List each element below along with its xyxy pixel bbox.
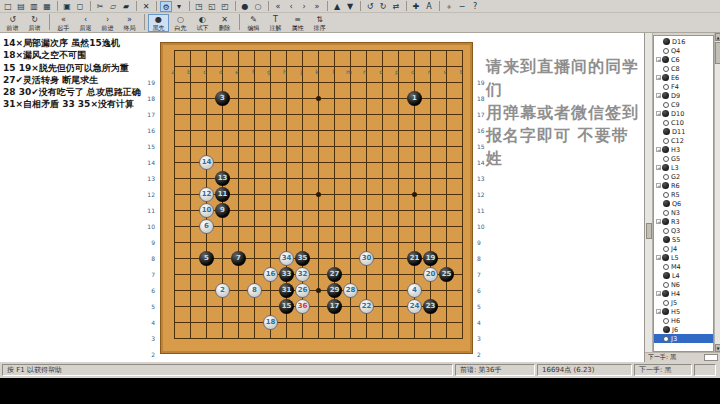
white-stone-F4[interactable]: 8: [247, 283, 262, 298]
coord-number: 10: [477, 223, 489, 230]
tree-scrollbar[interactable]: ▲ ▼: [714, 33, 720, 352]
black-stone-S5[interactable]: 25: [439, 267, 454, 282]
tree-node-move-36[interactable]: J3: [654, 334, 713, 343]
first-button[interactable]: «起手: [53, 14, 74, 32]
print-icon[interactable]: ▣: [61, 1, 73, 12]
white-stone-N3[interactable]: 22: [359, 299, 374, 314]
tree-node-coord: R6: [671, 182, 680, 190]
black-stone-icon: [663, 326, 670, 333]
comment-line: 27✔灵活转身 断尾求生: [3, 74, 155, 86]
tree-node-move-33[interactable]: +H5: [654, 307, 713, 316]
last-move-icon[interactable]: »: [311, 1, 323, 12]
black-stone-L3[interactable]: 17: [327, 299, 342, 314]
toolbar-separator: [57, 1, 58, 11]
coord-letter: m: [343, 68, 355, 75]
tree-node-coord: C10: [671, 119, 684, 127]
star-point: [316, 288, 321, 293]
tree-node-move-9[interactable]: +D9: [654, 91, 713, 100]
status-segment-3: 下一手: 黑: [634, 364, 692, 376]
white-first-button[interactable]: ○白先: [170, 14, 191, 32]
expand-icon[interactable]: +: [656, 291, 661, 296]
forward-button[interactable]: ›前进: [97, 14, 118, 32]
coord-letter: j: [295, 68, 307, 75]
toolbar-separator: [49, 14, 50, 30]
coord-letter: b: [183, 68, 195, 75]
tree-node-coord: C6: [671, 56, 680, 64]
toolbar-separator: [360, 1, 361, 11]
tree-node-move-29[interactable]: L4: [654, 271, 713, 280]
coord-letter: f: [247, 68, 259, 75]
tree-node-coord: D10: [671, 110, 684, 118]
coord-number: 9: [477, 239, 489, 246]
tree-node-coord: Q6: [672, 200, 681, 208]
forward-button-icon: ›: [106, 16, 109, 24]
black-stone-R3[interactable]: 23: [423, 299, 438, 314]
edit-button-label: 编辑: [248, 24, 260, 31]
black-stone-icon: [662, 182, 669, 189]
mark-icon[interactable]: ✚: [410, 1, 422, 12]
tree-node-move-28[interactable]: M4: [654, 262, 713, 271]
black-stone-icon: [662, 74, 669, 81]
tree-panel-footer: 下一手: 黑: [645, 352, 720, 362]
white-stone-icon: [663, 102, 669, 108]
review-comments: 14×局部漏次序 虽然15逸机18×漏风之空不可围15 19×脱先但仍可以急所为…: [3, 37, 155, 111]
try-move-button-label: 试下: [197, 24, 209, 31]
black-first-button-label: 黑先: [153, 24, 165, 31]
white-stone-J4[interactable]: 26: [295, 283, 310, 298]
tree-node-move-7[interactable]: +E6: [654, 73, 713, 82]
coord-number: 4: [477, 319, 489, 326]
expand-icon[interactable]: +: [656, 219, 661, 224]
toolbar-separator: [268, 1, 269, 11]
delete-button-icon: ✕: [221, 16, 228, 24]
black-stone-icon: [662, 218, 669, 225]
comment-line: 18×漏风之空不可围: [3, 49, 155, 61]
black-stone-H4[interactable]: 31: [279, 283, 294, 298]
tree-node-move-17[interactable]: +L3: [654, 163, 713, 172]
go-review-application: □▤▥▦▣◻✂▱▰✕⚙▾◳◱◰●○«‹›»▲▼↺↻⇄✚A＋−? ↺前谱↻后谱«起…: [0, 0, 720, 404]
tree-node-move-32[interactable]: J5: [654, 298, 713, 307]
black-first-button-icon: ●: [155, 16, 162, 24]
white-stone-icon[interactable]: ○: [252, 1, 264, 12]
white-stone-D4[interactable]: 2: [215, 283, 230, 298]
cut-icon[interactable]: ✂: [94, 1, 106, 12]
black-stone-D10[interactable]: 11: [215, 187, 230, 202]
tree-node-coord: R3: [671, 218, 680, 226]
white-stone-R5[interactable]: 20: [423, 267, 438, 282]
rotate-right-icon[interactable]: ↻: [377, 1, 389, 12]
comment-line: 28 30✔没有吃亏了 总攻思路正确: [3, 86, 155, 98]
delete-button[interactable]: ✕删除: [214, 14, 235, 32]
tree-node-move-6[interactable]: C8: [654, 64, 713, 73]
next-move-icon[interactable]: ›: [298, 1, 310, 12]
tree-node-coord: F4: [671, 83, 679, 91]
white-stone-icon: [663, 192, 669, 198]
white-stone-M4[interactable]: 28: [343, 283, 358, 298]
zoom-in-icon[interactable]: ＋: [443, 1, 455, 12]
first-button-label: 起手: [58, 24, 70, 31]
next-game-button[interactable]: ↻后谱: [24, 14, 45, 32]
white-stone-J3[interactable]: 36: [295, 299, 310, 314]
tree-node-coord: Q3: [671, 227, 680, 235]
copy-icon[interactable]: ▱: [107, 1, 119, 12]
save-all-icon[interactable]: ▦: [41, 1, 53, 12]
forward-button-label: 前进: [102, 24, 114, 31]
coord-number: 13: [143, 175, 155, 182]
edit-button[interactable]: ✎编辑: [243, 14, 264, 32]
coord-number: 5: [143, 303, 155, 310]
coord-number: 15: [143, 143, 155, 150]
white-stone-N6[interactable]: 30: [359, 251, 374, 266]
scrollbar-thumb[interactable]: [646, 223, 652, 239]
black-stone-D11[interactable]: 13: [215, 171, 230, 186]
first-move-icon[interactable]: «: [272, 1, 284, 12]
coord-number: 17: [143, 111, 155, 118]
tree-node-move-23[interactable]: +R3: [654, 217, 713, 226]
tree-node-move-20[interactable]: R5: [654, 190, 713, 199]
coord-number: 11: [143, 207, 155, 214]
tree-node-coord: C12: [671, 137, 684, 145]
white-stone-C10[interactable]: 12: [199, 187, 214, 202]
tree-node-move-13[interactable]: D11: [654, 127, 713, 136]
expand-icon[interactable]: +: [656, 255, 661, 260]
sort-button-label: 排序: [314, 24, 326, 31]
comment-line: 15 19×脱先但仍可以急所为重: [3, 62, 155, 74]
tree-node-move-27[interactable]: +L5: [654, 253, 713, 262]
coord-number: 7: [477, 271, 489, 278]
coord-letter: q: [407, 68, 419, 75]
tree-node-move-12[interactable]: C10: [654, 118, 713, 127]
tree-node-coord: H3: [671, 146, 680, 154]
toolbar-separator: [189, 1, 190, 11]
black-stone-icon: [662, 146, 669, 153]
black-stone-Q6[interactable]: 21: [407, 251, 422, 266]
coord-number: 5: [477, 303, 489, 310]
toolbar-separator: [327, 1, 328, 11]
tree-node-coord: C9: [671, 101, 680, 109]
coord-number: 2: [143, 351, 155, 358]
try-move-button[interactable]: ◐试下: [192, 14, 213, 32]
coord-number: 18: [143, 95, 155, 102]
footer-indicator: [704, 354, 718, 361]
white-stone-icon: [663, 84, 669, 90]
black-stone-icon[interactable]: ●: [239, 1, 251, 12]
properties-button-label: 属性: [292, 24, 304, 31]
settings-icon[interactable]: ⚙: [160, 1, 172, 12]
white-stone-G2[interactable]: 18: [263, 315, 278, 330]
tree-node-move-16[interactable]: G5: [654, 154, 713, 163]
canvas-scrollbar[interactable]: [645, 33, 653, 352]
next-to-play-label: 下一手: 黑: [645, 353, 676, 362]
tree-node-move-4[interactable]: Q4: [654, 46, 713, 55]
black-stone-icon: [662, 92, 669, 99]
move-down-icon[interactable]: ▼: [344, 1, 356, 12]
coord-number: 6: [143, 287, 155, 294]
white-stone-icon: [663, 336, 669, 342]
back-button-label: 后退: [80, 24, 92, 31]
delete-button-label: 删除: [219, 24, 231, 31]
scroll-up-icon[interactable]: ▲: [715, 33, 720, 41]
tree-node-coord: J5: [671, 299, 677, 307]
sort-button[interactable]: ⇅排序: [309, 14, 330, 32]
prev-game-button-label: 前谱: [7, 24, 19, 31]
tree-node-move-3[interactable]: D16: [654, 37, 713, 46]
black-stone-icon: [663, 128, 670, 135]
annotate-button-label: 注解: [270, 24, 282, 31]
coord-number: 7: [143, 271, 155, 278]
black-stone-J6[interactable]: 35: [295, 251, 310, 266]
black-stone-icon: [663, 272, 670, 279]
expand-icon[interactable]: +: [656, 75, 661, 80]
black-stone-L4[interactable]: 29: [327, 283, 342, 298]
coord-number: 12: [143, 191, 155, 198]
toolbar-separator: [90, 1, 91, 11]
expand-icon[interactable]: +: [656, 93, 661, 98]
tree-node-coord: N6: [671, 281, 680, 289]
coord-letter: h: [279, 68, 291, 75]
paste-icon[interactable]: ▰: [120, 1, 132, 12]
white-first-button-icon: ○: [177, 16, 184, 24]
toolbar-separator: [406, 1, 407, 11]
tree-node-move-19[interactable]: +R6: [654, 181, 713, 190]
properties-button-icon: ≡: [294, 16, 301, 24]
tree-node-coord: C8: [671, 65, 680, 73]
try-move-button-icon: ◐: [199, 16, 206, 24]
white-stone-C9[interactable]: 10: [199, 203, 214, 218]
annotate-button-icon: T: [273, 16, 278, 24]
black-stone-icon: [663, 236, 670, 243]
board-grid[interactable]: 1234567891011121314151617181920212223242…: [174, 50, 463, 339]
open-file-icon[interactable]: ▤: [15, 1, 27, 12]
black-stone-Q16[interactable]: 1: [407, 91, 422, 106]
black-stone-D16[interactable]: 3: [215, 91, 230, 106]
annotate-button[interactable]: T注解: [265, 14, 286, 32]
sort-button-icon: ⇅: [316, 16, 323, 24]
toolbar-separator: [439, 1, 440, 11]
expand-icon[interactable]: +: [656, 57, 661, 62]
tree-node-coord: H6: [671, 317, 680, 325]
star-point: [316, 96, 321, 101]
toolbar-separator: [136, 1, 137, 11]
white-stone-icon: [663, 300, 669, 306]
tree-node-move-18[interactable]: G2: [654, 172, 713, 181]
white-stone-Q4[interactable]: 4: [407, 283, 422, 298]
end-button-label: 终局: [124, 24, 136, 31]
tree-node-coord: L4: [672, 272, 680, 280]
white-stone-C12[interactable]: 14: [199, 155, 214, 170]
black-stone-E6[interactable]: 7: [231, 251, 246, 266]
edit-button-icon: ✎: [250, 16, 257, 24]
white-stone-Q3[interactable]: 24: [407, 299, 422, 314]
coord-letter: n: [359, 68, 371, 75]
white-stone-G5[interactable]: 16: [263, 267, 278, 282]
tree-node-move-31[interactable]: +H4: [654, 289, 713, 298]
black-stone-R6[interactable]: 19: [423, 251, 438, 266]
coord-number: 11: [477, 207, 489, 214]
black-stone-icon: [663, 38, 670, 45]
tree-node-coord: L5: [671, 254, 679, 262]
tree-node-coord: G5: [671, 155, 680, 163]
coord-number: 8: [143, 255, 155, 262]
toolbar-separator: [235, 1, 236, 11]
white-stone-icon: [663, 246, 669, 252]
tree-node-coord: M4: [671, 263, 681, 271]
tree-node-move-26[interactable]: J4: [654, 244, 713, 253]
black-stone-C6[interactable]: 5: [199, 251, 214, 266]
coord-letter: s: [439, 68, 451, 75]
status-segment-4: [694, 364, 716, 376]
white-stone-icon: [663, 156, 669, 162]
dropdown-caret-icon[interactable]: ▾: [173, 1, 185, 12]
tree-node-coord: L3: [671, 164, 679, 172]
window-chrome: □▤▥▦▣◻✂▱▰✕⚙▾◳◱◰●○«‹›»▲▼↺↻⇄✚A＋−? ↺前谱↻后谱«起…: [0, 0, 720, 378]
tree-node-move-15[interactable]: +H3: [654, 145, 713, 154]
tree-node-coord: H5: [671, 308, 680, 316]
move-up-icon[interactable]: ▲: [331, 1, 343, 12]
black-stone-D9[interactable]: 9: [215, 203, 230, 218]
tree-node-move-10[interactable]: C9: [654, 100, 713, 109]
delete-icon[interactable]: ✕: [140, 1, 152, 12]
zoom-out-icon[interactable]: −: [456, 1, 468, 12]
tree-node-coord: H4: [671, 290, 680, 298]
black-stone-H3[interactable]: 15: [279, 299, 294, 314]
coord-letter: p: [391, 68, 403, 75]
comment-line: 31×自相矛盾 33 35×没有计算: [3, 98, 155, 110]
coord-letter: r: [423, 68, 435, 75]
flip-icon[interactable]: ⇄: [390, 1, 402, 12]
status-segment-1: 前谱: 第36手: [455, 364, 535, 376]
print-preview-icon[interactable]: ◻: [74, 1, 86, 12]
toolbar-separator: [239, 14, 240, 30]
coord-number: 19: [143, 79, 155, 86]
black-stone-L5[interactable]: 27: [327, 267, 342, 282]
status-segment-2: 16694点 (6.23): [537, 364, 632, 376]
coord-number: 8: [477, 255, 489, 262]
rotate-left-icon[interactable]: ↺: [364, 1, 376, 12]
white-stone-icon: [663, 138, 669, 144]
tree-node-coord: D11: [672, 128, 685, 136]
black-first-button[interactable]: ●黑先: [148, 14, 169, 32]
scroll-down-icon[interactable]: ▼: [715, 344, 720, 352]
tree-node-coord: E6: [671, 74, 679, 82]
tree-node-coord: J4: [671, 245, 677, 253]
scrollbar-thumb[interactable]: [715, 42, 720, 64]
coord-letter: o: [375, 68, 387, 75]
coord-number: 14: [143, 159, 155, 166]
expand-icon[interactable]: +: [656, 147, 661, 152]
move-tree-list[interactable]: D16Q4+C6C8+E6F4+D9C9+D10C10D11C12+H3G5+L…: [653, 35, 714, 352]
tree-node-coord: Q4: [671, 47, 680, 55]
status-bar: 按 F1 以获得帮助前谱: 第36手16694点 (6.23)下一手: 黑: [0, 362, 720, 378]
coord-letter: e: [231, 68, 243, 75]
move-tree-panel: D16Q4+C6C8+E6F4+D9C9+D10C10D11C12+H3G5+L…: [645, 33, 720, 362]
white-stone-icon: [663, 264, 669, 270]
properties-button[interactable]: ≡属性: [287, 14, 308, 32]
expand-icon[interactable]: +: [656, 111, 661, 116]
board-zone-icon[interactable]: ◱: [206, 1, 218, 12]
white-stone-icon: [663, 120, 669, 126]
white-stone-H6[interactable]: 34: [279, 251, 294, 266]
board-full-icon[interactable]: ◰: [219, 1, 231, 12]
status-segment-0: 按 F1 以获得帮助: [2, 364, 453, 376]
white-stone-icon: [663, 210, 669, 216]
black-stone-icon: [662, 110, 669, 117]
black-stone-icon: [663, 200, 670, 207]
toolbar-standard: □▤▥▦▣◻✂▱▰✕⚙▾◳◱◰●○«‹›»▲▼↺↻⇄✚A＋−?: [0, 0, 720, 13]
coord-number: 13: [477, 175, 489, 182]
black-stone-H5[interactable]: 33: [279, 267, 294, 282]
tree-node-move-35[interactable]: J6: [654, 325, 713, 334]
toolbar-go-tools: ↺前谱↻后谱«起手‹后退›前进»终局●黑先○白先◐试下✕删除✎编辑T注解≡属性⇅…: [0, 13, 720, 33]
back-button[interactable]: ‹后退: [75, 14, 96, 32]
coord-letter: l: [327, 68, 339, 75]
tree-node-coord: J3: [671, 335, 677, 343]
expand-icon[interactable]: +: [656, 183, 661, 188]
tree-node-coord: D9: [671, 92, 680, 100]
white-stone-icon: [663, 174, 669, 180]
coord-letter: k: [311, 68, 323, 75]
tree-node-move-22[interactable]: N3: [654, 208, 713, 217]
expand-icon[interactable]: +: [656, 309, 661, 314]
bottom-letterbox: [0, 378, 720, 404]
help-icon[interactable]: ?: [469, 1, 481, 12]
coord-number: 3: [143, 335, 155, 342]
coord-letter: a: [167, 68, 179, 75]
tree-node-move-34[interactable]: H6: [654, 316, 713, 325]
expand-icon[interactable]: +: [656, 165, 661, 170]
first-button-icon: «: [61, 16, 66, 24]
tree-node-move-11[interactable]: +D10: [654, 109, 713, 118]
tree-node-move-24[interactable]: Q3: [654, 226, 713, 235]
prev-game-button-icon: ↺: [9, 16, 16, 24]
tree-node-move-5[interactable]: +C6: [654, 55, 713, 64]
tree-node-move-25[interactable]: S5: [654, 235, 713, 244]
coord-number: 4: [143, 319, 155, 326]
coord-number: 9: [143, 239, 155, 246]
coord-number: 3: [477, 335, 489, 342]
white-stone-icon: [663, 282, 669, 288]
coord-letter: t: [455, 68, 467, 75]
toolbar-separator: [144, 14, 145, 30]
tree-node-move-30[interactable]: N6: [654, 280, 713, 289]
end-button[interactable]: »终局: [119, 14, 140, 32]
black-stone-icon: [662, 308, 669, 315]
main-canvas: 14×局部漏次序 虽然15逸机18×漏风之空不可围15 19×脱先但仍可以急所为…: [0, 33, 645, 362]
prev-move-icon[interactable]: ‹: [285, 1, 297, 12]
label-icon[interactable]: A: [423, 1, 435, 12]
white-stone-C8[interactable]: 6: [199, 219, 214, 234]
coord-number: 16: [143, 127, 155, 134]
tree-node-coord: S5: [672, 236, 680, 244]
new-file-icon[interactable]: □: [2, 1, 14, 12]
white-stone-J5[interactable]: 32: [295, 267, 310, 282]
save-file-icon[interactable]: ▥: [28, 1, 40, 12]
white-first-button-label: 白先: [175, 24, 187, 31]
tree-node-move-21[interactable]: Q6: [654, 199, 713, 208]
tree-node-coord: N3: [671, 209, 680, 217]
stream-watermark-text: 请来到直播间的同学们用弹幕或者微信签到报名字即可 不要带姓: [486, 55, 642, 170]
go-board[interactable]: 1234567891011121314151617181920212223242…: [160, 42, 473, 354]
tree-node-move-14[interactable]: C12: [654, 136, 713, 145]
prev-game-button[interactable]: ↺前谱: [2, 14, 23, 32]
next-game-button-label: 后谱: [29, 24, 41, 31]
board-layout-icon[interactable]: ◳: [193, 1, 205, 12]
white-stone-icon: [663, 228, 669, 234]
coord-number: 6: [477, 287, 489, 294]
star-point: [316, 192, 321, 197]
coord-letter: c: [199, 68, 211, 75]
tree-node-move-8[interactable]: F4: [654, 82, 713, 91]
